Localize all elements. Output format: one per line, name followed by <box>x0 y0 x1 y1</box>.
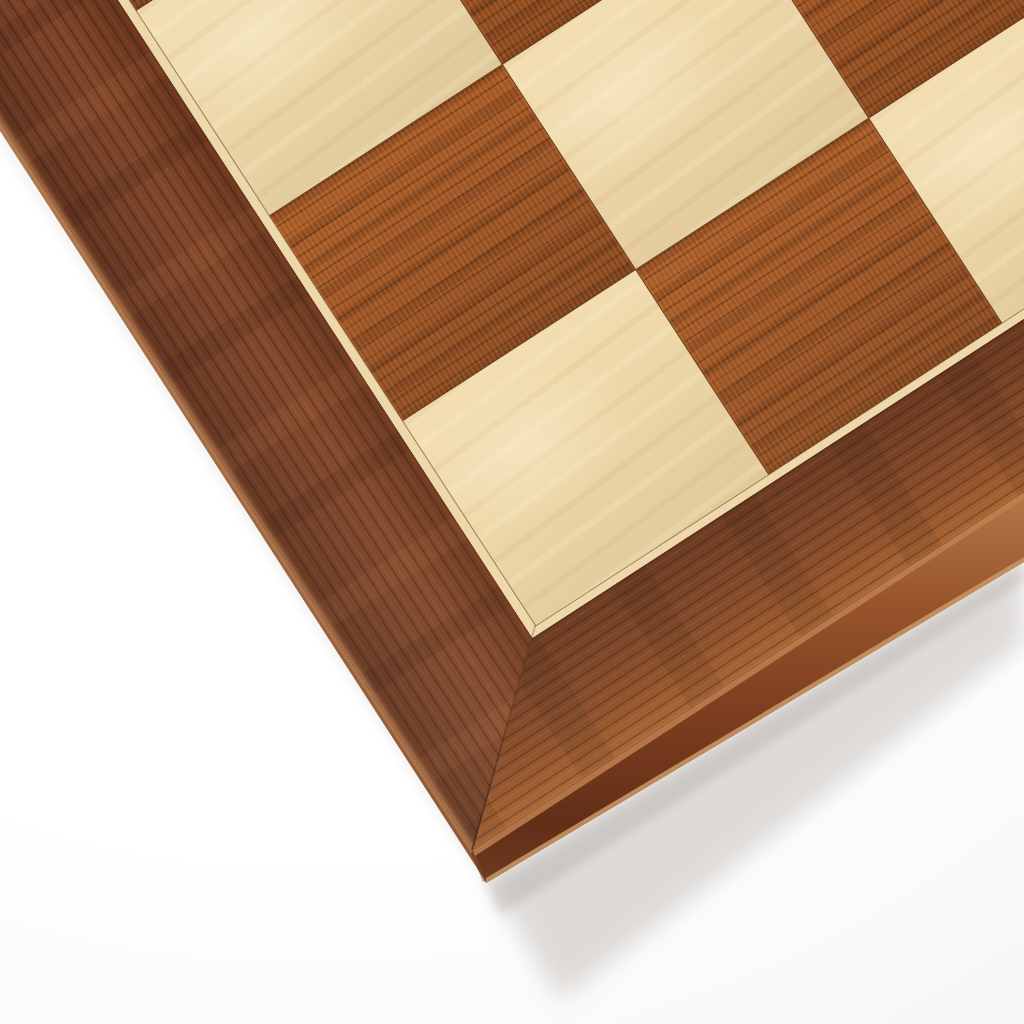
photo-scene <box>0 0 1024 1024</box>
